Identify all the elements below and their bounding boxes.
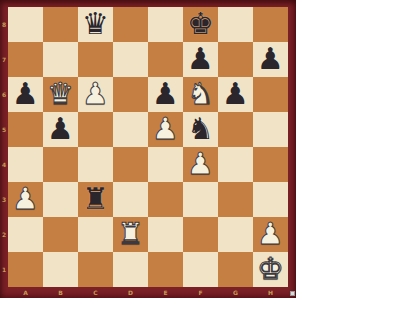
square-g7[interactable]: [218, 42, 253, 77]
rank-label-4: 4: [0, 147, 8, 182]
square-b4[interactable]: [43, 147, 78, 182]
rank-label-2: 2: [0, 217, 8, 252]
square-d4[interactable]: [113, 147, 148, 182]
black-rook-c3[interactable]: ♜: [82, 184, 109, 214]
square-d6[interactable]: [113, 77, 148, 112]
white-pawn-c6[interactable]: ♟: [82, 79, 109, 109]
square-f7[interactable]: ♟: [183, 42, 218, 77]
white-king-h1[interactable]: ♚: [257, 254, 284, 284]
file-label-g: G: [218, 287, 253, 298]
white-rook-d2[interactable]: ♜: [117, 219, 144, 249]
chessboard: ♛♚♟♟♟♛♟♟♞♟♟♟♞♟♟♜♜♟♚ 87654321 ABCDEFGH: [0, 0, 296, 298]
square-g8[interactable]: [218, 7, 253, 42]
square-f1[interactable]: [183, 252, 218, 287]
square-a3[interactable]: ♟: [8, 182, 43, 217]
square-h8[interactable]: [253, 7, 288, 42]
square-h7[interactable]: ♟: [253, 42, 288, 77]
square-a5[interactable]: [8, 112, 43, 147]
square-b7[interactable]: [43, 42, 78, 77]
white-pawn-e5[interactable]: ♟: [152, 114, 179, 144]
rank-label-3: 3: [0, 182, 8, 217]
rank-label-8: 8: [0, 7, 8, 42]
square-f2[interactable]: [183, 217, 218, 252]
black-pawn-a6[interactable]: ♟: [12, 79, 39, 109]
square-d8[interactable]: [113, 7, 148, 42]
square-e3[interactable]: [148, 182, 183, 217]
square-b1[interactable]: [43, 252, 78, 287]
square-b6[interactable]: ♛: [43, 77, 78, 112]
square-a4[interactable]: [8, 147, 43, 182]
file-label-f: F: [183, 287, 218, 298]
square-e4[interactable]: [148, 147, 183, 182]
rank-label-5: 5: [0, 112, 8, 147]
white-pawn-h2[interactable]: ♟: [257, 219, 284, 249]
black-queen-c8[interactable]: ♛: [82, 9, 109, 39]
square-d1[interactable]: [113, 252, 148, 287]
file-label-e: E: [148, 287, 183, 298]
square-a2[interactable]: [8, 217, 43, 252]
black-pawn-h7[interactable]: ♟: [257, 44, 284, 74]
file-label-d: D: [113, 287, 148, 298]
square-d3[interactable]: [113, 182, 148, 217]
file-label-h: H: [253, 287, 288, 298]
square-f8[interactable]: ♚: [183, 7, 218, 42]
square-c7[interactable]: [78, 42, 113, 77]
square-c1[interactable]: [78, 252, 113, 287]
square-f5[interactable]: ♞: [183, 112, 218, 147]
square-e1[interactable]: [148, 252, 183, 287]
square-g3[interactable]: [218, 182, 253, 217]
file-label-a: A: [8, 287, 43, 298]
square-d5[interactable]: [113, 112, 148, 147]
square-c6[interactable]: ♟: [78, 77, 113, 112]
square-g5[interactable]: [218, 112, 253, 147]
square-a1[interactable]: [8, 252, 43, 287]
black-pawn-f7[interactable]: ♟: [187, 44, 214, 74]
black-knight-f5[interactable]: ♞: [187, 114, 214, 144]
square-f6[interactable]: ♞: [183, 77, 218, 112]
square-h1[interactable]: ♚: [253, 252, 288, 287]
file-label-b: B: [43, 287, 78, 298]
rank-label-1: 1: [0, 252, 8, 287]
white-queen-b6[interactable]: ♛: [47, 79, 74, 109]
square-f4[interactable]: ♟: [183, 147, 218, 182]
page: ♛♚♟♟♟♛♟♟♞♟♟♟♞♟♟♜♜♟♚ 87654321 ABCDEFGH: [0, 0, 414, 311]
board-corner-marker: [290, 291, 295, 296]
square-e8[interactable]: [148, 7, 183, 42]
black-king-f8[interactable]: ♚: [187, 9, 214, 39]
board-squares: ♛♚♟♟♟♛♟♟♞♟♟♟♞♟♟♜♜♟♚: [8, 7, 288, 287]
black-pawn-g6[interactable]: ♟: [222, 79, 249, 109]
square-h5[interactable]: [253, 112, 288, 147]
square-b5[interactable]: ♟: [43, 112, 78, 147]
white-pawn-a3[interactable]: ♟: [12, 184, 39, 214]
square-c8[interactable]: ♛: [78, 7, 113, 42]
square-c3[interactable]: ♜: [78, 182, 113, 217]
black-pawn-e6[interactable]: ♟: [152, 79, 179, 109]
square-a6[interactable]: ♟: [8, 77, 43, 112]
white-pawn-f4[interactable]: ♟: [187, 149, 214, 179]
square-c5[interactable]: [78, 112, 113, 147]
square-e2[interactable]: [148, 217, 183, 252]
square-a7[interactable]: [8, 42, 43, 77]
square-b2[interactable]: [43, 217, 78, 252]
square-a8[interactable]: [8, 7, 43, 42]
square-d2[interactable]: ♜: [113, 217, 148, 252]
square-c2[interactable]: [78, 217, 113, 252]
rank-label-7: 7: [0, 42, 8, 77]
square-c4[interactable]: [78, 147, 113, 182]
square-h6[interactable]: [253, 77, 288, 112]
square-h2[interactable]: ♟: [253, 217, 288, 252]
square-e6[interactable]: ♟: [148, 77, 183, 112]
square-e7[interactable]: [148, 42, 183, 77]
square-h3[interactable]: [253, 182, 288, 217]
square-d7[interactable]: [113, 42, 148, 77]
square-g6[interactable]: ♟: [218, 77, 253, 112]
square-b8[interactable]: [43, 7, 78, 42]
square-e5[interactable]: ♟: [148, 112, 183, 147]
white-knight-f6[interactable]: ♞: [187, 79, 214, 109]
black-pawn-b5[interactable]: ♟: [47, 114, 74, 144]
square-g2[interactable]: [218, 217, 253, 252]
square-b3[interactable]: [43, 182, 78, 217]
square-h4[interactable]: [253, 147, 288, 182]
rank-label-6: 6: [0, 77, 8, 112]
square-g1[interactable]: [218, 252, 253, 287]
square-f3[interactable]: [183, 182, 218, 217]
square-g4[interactable]: [218, 147, 253, 182]
file-label-c: C: [78, 287, 113, 298]
